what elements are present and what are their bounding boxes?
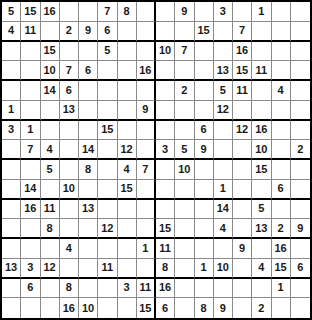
empty-cell-r10c8[interactable] [137, 180, 156, 200]
empty-cell-r6c10[interactable] [175, 101, 194, 121]
empty-cell-r2c15[interactable] [272, 22, 291, 42]
given-cell-r9c5: 8 [79, 160, 98, 180]
empty-cell-r1c13[interactable] [233, 2, 252, 22]
given-cell-r12c6: 12 [98, 219, 117, 239]
empty-cell-r2c14[interactable] [252, 22, 271, 42]
given-cell-r6c4: 13 [60, 101, 79, 121]
empty-cell-r4c2[interactable] [21, 61, 40, 81]
empty-cell-r11c13[interactable] [233, 200, 252, 220]
empty-cell-r16c6[interactable] [98, 298, 117, 318]
given-cell-r16c4: 16 [60, 298, 79, 318]
given-cell-r13c9: 11 [156, 239, 175, 259]
empty-cell-r7c9[interactable] [156, 121, 175, 141]
given-cell-r15c9: 16 [156, 279, 175, 299]
empty-cell-r3c16[interactable] [291, 42, 310, 62]
given-cell-r10c7: 15 [118, 180, 137, 200]
empty-cell-r3c4[interactable] [60, 42, 79, 62]
empty-cell-r6c16[interactable] [291, 101, 310, 121]
empty-cell-r15c3[interactable] [41, 279, 60, 299]
empty-cell-r13c3[interactable] [41, 239, 60, 259]
empty-cell-r1c16[interactable] [291, 2, 310, 22]
given-cell-r14c16: 6 [291, 259, 310, 279]
empty-cell-r3c15[interactable] [272, 42, 291, 62]
empty-cell-r2c10[interactable] [175, 22, 194, 42]
empty-cell-r2c16[interactable] [291, 22, 310, 42]
sudoku-board: 5151678931411296157155107161076161315111… [0, 0, 312, 320]
empty-cell-r13c11[interactable] [195, 239, 214, 259]
given-cell-r16c9: 6 [156, 298, 175, 318]
empty-cell-r7c3[interactable] [41, 121, 60, 141]
given-cell-r2c4: 2 [60, 22, 79, 42]
given-cell-r13c4: 4 [60, 239, 79, 259]
empty-cell-r7c12[interactable] [214, 121, 233, 141]
empty-cell-r3c12[interactable] [214, 42, 233, 62]
empty-cell-r7c15[interactable] [272, 121, 291, 141]
empty-cell-r11c8[interactable] [137, 200, 156, 220]
given-cell-r5c3: 14 [41, 81, 60, 101]
empty-cell-r7c8[interactable] [137, 121, 156, 141]
empty-cell-r6c6[interactable] [98, 101, 117, 121]
empty-cell-r11c10[interactable] [175, 200, 194, 220]
empty-cell-r16c2[interactable] [21, 298, 40, 318]
given-cell-r6c8: 9 [137, 101, 156, 121]
given-cell-r10c4: 10 [60, 180, 79, 200]
empty-cell-r8c13[interactable] [233, 140, 252, 160]
empty-cell-r10c3[interactable] [41, 180, 60, 200]
given-cell-r7c6: 15 [98, 121, 117, 141]
given-cell-r11c12: 14 [214, 200, 233, 220]
given-cell-r14c1: 13 [2, 259, 21, 279]
given-cell-r4c13: 15 [233, 61, 252, 81]
given-cell-r6c1: 1 [2, 101, 21, 121]
given-cell-r15c2: 6 [21, 279, 40, 299]
given-cell-r2c1: 4 [2, 22, 21, 42]
empty-cell-r12c4[interactable] [60, 219, 79, 239]
given-cell-r4c4: 7 [60, 61, 79, 81]
given-cell-r12c9: 15 [156, 219, 175, 239]
empty-cell-r3c1[interactable] [2, 42, 21, 62]
given-cell-r7c13: 12 [233, 121, 252, 141]
given-cell-r4c3: 10 [41, 61, 60, 81]
given-cell-r8c2: 7 [21, 140, 40, 160]
empty-cell-r10c6[interactable] [98, 180, 117, 200]
empty-cell-r4c1[interactable] [2, 61, 21, 81]
empty-cell-r9c16[interactable] [291, 160, 310, 180]
given-cell-r8c9: 3 [156, 140, 175, 160]
empty-cell-r5c1[interactable] [2, 81, 21, 101]
given-cell-r2c2: 11 [21, 22, 40, 42]
empty-cell-r13c5[interactable] [79, 239, 98, 259]
empty-cell-r15c12[interactable] [214, 279, 233, 299]
given-cell-r7c2: 1 [21, 121, 40, 141]
empty-cell-r9c12[interactable] [214, 160, 233, 180]
empty-cell-r10c13[interactable] [233, 180, 252, 200]
empty-cell-r7c7[interactable] [118, 121, 137, 141]
empty-cell-r5c7[interactable] [118, 81, 137, 101]
empty-cell-r8c15[interactable] [272, 140, 291, 160]
empty-cell-r16c10[interactable] [175, 298, 194, 318]
empty-cell-r11c9[interactable] [156, 200, 175, 220]
given-cell-r3c6: 5 [98, 42, 117, 62]
empty-cell-r8c4[interactable] [60, 140, 79, 160]
given-cell-r13c8: 1 [137, 239, 156, 259]
empty-cell-r2c7[interactable] [118, 22, 137, 42]
empty-cell-r4c16[interactable] [291, 61, 310, 81]
empty-cell-r8c12[interactable] [214, 140, 233, 160]
empty-cell-r1c9[interactable] [156, 2, 175, 22]
empty-cell-r12c5[interactable] [79, 219, 98, 239]
given-cell-r11c3: 11 [41, 200, 60, 220]
given-cell-r12c15: 2 [272, 219, 291, 239]
empty-cell-r3c14[interactable] [252, 42, 271, 62]
given-cell-r10c2: 14 [21, 180, 40, 200]
empty-cell-r13c14[interactable] [252, 239, 271, 259]
empty-cell-r11c4[interactable] [60, 200, 79, 220]
empty-cell-r11c11[interactable] [195, 200, 214, 220]
empty-cell-r6c13[interactable] [233, 101, 252, 121]
given-cell-r8c3: 4 [41, 140, 60, 160]
empty-cell-r9c9[interactable] [156, 160, 175, 180]
empty-cell-r11c7[interactable] [118, 200, 137, 220]
given-cell-r1c7: 8 [118, 2, 137, 22]
empty-cell-r10c16[interactable] [291, 180, 310, 200]
empty-cell-r11c1[interactable] [2, 200, 21, 220]
empty-cell-r5c9[interactable] [156, 81, 175, 101]
given-cell-r16c5: 10 [79, 298, 98, 318]
given-cell-r8c11: 9 [195, 140, 214, 160]
empty-cell-r16c16[interactable] [291, 298, 310, 318]
empty-cell-r10c11[interactable] [195, 180, 214, 200]
given-cell-r9c10: 10 [175, 160, 194, 180]
empty-cell-r11c6[interactable] [98, 200, 117, 220]
given-cell-r5c12: 5 [214, 81, 233, 101]
empty-cell-r5c2[interactable] [21, 81, 40, 101]
given-cell-r14c15: 15 [272, 259, 291, 279]
empty-cell-r13c7[interactable] [118, 239, 137, 259]
empty-cell-r15c11[interactable] [195, 279, 214, 299]
given-cell-r8c10: 5 [175, 140, 194, 160]
empty-cell-r4c9[interactable] [156, 61, 175, 81]
given-cell-r14c11: 1 [195, 259, 214, 279]
given-cell-r8c16: 2 [291, 140, 310, 160]
given-cell-r1c6: 7 [98, 2, 117, 22]
empty-cell-r8c1[interactable] [2, 140, 21, 160]
empty-cell-r2c8[interactable] [137, 22, 156, 42]
given-cell-r14c3: 12 [41, 259, 60, 279]
empty-cell-r3c11[interactable] [195, 42, 214, 62]
given-cell-r1c1: 5 [2, 2, 21, 22]
given-cell-r14c6: 11 [98, 259, 117, 279]
empty-cell-r9c11[interactable] [195, 160, 214, 180]
empty-cell-r13c16[interactable] [291, 239, 310, 259]
empty-cell-r13c2[interactable] [21, 239, 40, 259]
empty-cell-r12c10[interactable] [175, 219, 194, 239]
empty-cell-r7c5[interactable] [79, 121, 98, 141]
given-cell-r13c13: 9 [233, 239, 252, 259]
empty-cell-r13c12[interactable] [214, 239, 233, 259]
empty-cell-r6c11[interactable] [195, 101, 214, 121]
empty-cell-r7c16[interactable] [291, 121, 310, 141]
empty-cell-r6c9[interactable] [156, 101, 175, 121]
given-cell-r16c8: 15 [137, 298, 156, 318]
empty-cell-r8c6[interactable] [98, 140, 117, 160]
empty-cell-r9c2[interactable] [21, 160, 40, 180]
empty-cell-r14c5[interactable] [79, 259, 98, 279]
given-cell-r9c3: 5 [41, 160, 60, 180]
given-cell-r1c12: 3 [214, 2, 233, 22]
empty-cell-r10c1[interactable] [2, 180, 21, 200]
empty-cell-r14c8[interactable] [137, 259, 156, 279]
empty-cell-r13c6[interactable] [98, 239, 117, 259]
given-cell-r9c14: 15 [252, 160, 271, 180]
empty-cell-r12c8[interactable] [137, 219, 156, 239]
empty-cell-r14c7[interactable] [118, 259, 137, 279]
given-cell-r14c14: 4 [252, 259, 271, 279]
given-cell-r16c11: 8 [195, 298, 214, 318]
empty-cell-r5c6[interactable] [98, 81, 117, 101]
empty-cell-r7c10[interactable] [175, 121, 194, 141]
given-cell-r11c14: 5 [252, 200, 271, 220]
empty-cell-r12c1[interactable] [2, 219, 21, 239]
empty-cell-r11c15[interactable] [272, 200, 291, 220]
given-cell-r15c4: 8 [60, 279, 79, 299]
empty-cell-r15c1[interactable] [2, 279, 21, 299]
empty-cell-r13c10[interactable] [175, 239, 194, 259]
empty-cell-r3c8[interactable] [137, 42, 156, 62]
given-cell-r5c13: 11 [233, 81, 252, 101]
empty-cell-r16c1[interactable] [2, 298, 21, 318]
given-cell-r9c7: 4 [118, 160, 137, 180]
given-cell-r14c2: 3 [21, 259, 40, 279]
given-cell-r11c2: 16 [21, 200, 40, 220]
empty-cell-r2c9[interactable] [156, 22, 175, 42]
empty-cell-r14c4[interactable] [60, 259, 79, 279]
given-cell-r15c15: 1 [272, 279, 291, 299]
given-cell-r2c11: 15 [195, 22, 214, 42]
given-cell-r8c5: 14 [79, 140, 98, 160]
empty-cell-r5c16[interactable] [291, 81, 310, 101]
empty-cell-r6c5[interactable] [79, 101, 98, 121]
given-cell-r14c9: 8 [156, 259, 175, 279]
empty-cell-r3c5[interactable] [79, 42, 98, 62]
given-cell-r2c5: 9 [79, 22, 98, 42]
empty-cell-r6c14[interactable] [252, 101, 271, 121]
given-cell-r3c9: 10 [156, 42, 175, 62]
empty-cell-r10c9[interactable] [156, 180, 175, 200]
empty-cell-r15c5[interactable] [79, 279, 98, 299]
empty-cell-r16c7[interactable] [118, 298, 137, 318]
given-cell-r14c12: 10 [214, 259, 233, 279]
empty-cell-r1c15[interactable] [272, 2, 291, 22]
empty-cell-r1c4[interactable] [60, 2, 79, 22]
given-cell-r16c14: 2 [252, 298, 271, 318]
empty-cell-r15c6[interactable] [98, 279, 117, 299]
empty-cell-r9c4[interactable] [60, 160, 79, 180]
given-cell-r3c3: 15 [41, 42, 60, 62]
empty-cell-r3c2[interactable] [21, 42, 40, 62]
empty-cell-r12c2[interactable] [21, 219, 40, 239]
empty-cell-r5c11[interactable] [195, 81, 214, 101]
given-cell-r1c14: 1 [252, 2, 271, 22]
given-cell-r3c10: 7 [175, 42, 194, 62]
given-cell-r15c7: 3 [118, 279, 137, 299]
empty-cell-r15c14[interactable] [252, 279, 271, 299]
empty-cell-r4c15[interactable] [272, 61, 291, 81]
given-cell-r7c14: 16 [252, 121, 271, 141]
empty-cell-r15c10[interactable] [175, 279, 194, 299]
given-cell-r5c15: 4 [272, 81, 291, 101]
empty-cell-r12c7[interactable] [118, 219, 137, 239]
empty-cell-r10c14[interactable] [252, 180, 271, 200]
given-cell-r4c5: 6 [79, 61, 98, 81]
given-cell-r2c6: 6 [98, 22, 117, 42]
given-cell-r1c3: 16 [41, 2, 60, 22]
given-cell-r1c10: 9 [175, 2, 194, 22]
empty-cell-r9c6[interactable] [98, 160, 117, 180]
empty-cell-r4c10[interactable] [175, 61, 194, 81]
empty-cell-r5c8[interactable] [137, 81, 156, 101]
given-cell-r8c14: 10 [252, 140, 271, 160]
given-cell-r12c14: 13 [252, 219, 271, 239]
empty-cell-r6c15[interactable] [272, 101, 291, 121]
given-cell-r13c15: 16 [272, 239, 291, 259]
given-cell-r12c12: 4 [214, 219, 233, 239]
empty-cell-r4c7[interactable] [118, 61, 137, 81]
empty-cell-r12c11[interactable] [195, 219, 214, 239]
given-cell-r3c13: 16 [233, 42, 252, 62]
given-cell-r1c2: 15 [21, 2, 40, 22]
empty-cell-r5c5[interactable] [79, 81, 98, 101]
empty-cell-r12c13[interactable] [233, 219, 252, 239]
given-cell-r15c8: 11 [137, 279, 156, 299]
empty-cell-r16c15[interactable] [272, 298, 291, 318]
given-cell-r10c12: 1 [214, 180, 233, 200]
given-cell-r7c1: 3 [2, 121, 21, 141]
given-cell-r2c13: 7 [233, 22, 252, 42]
empty-cell-r2c3[interactable] [41, 22, 60, 42]
empty-cell-r1c8[interactable] [137, 2, 156, 22]
empty-cell-r14c13[interactable] [233, 259, 252, 279]
given-cell-r7c11: 6 [195, 121, 214, 141]
empty-cell-r1c5[interactable] [79, 2, 98, 22]
empty-cell-r4c11[interactable] [195, 61, 214, 81]
empty-cell-r6c3[interactable] [41, 101, 60, 121]
empty-cell-r15c13[interactable] [233, 279, 252, 299]
given-cell-r4c8: 16 [137, 61, 156, 81]
empty-cell-r3c7[interactable] [118, 42, 137, 62]
empty-cell-r10c5[interactable] [79, 180, 98, 200]
empty-cell-r14c10[interactable] [175, 259, 194, 279]
given-cell-r12c16: 9 [291, 219, 310, 239]
given-cell-r6c12: 12 [214, 101, 233, 121]
given-cell-r5c4: 6 [60, 81, 79, 101]
empty-cell-r16c3[interactable] [41, 298, 60, 318]
empty-cell-r8c8[interactable] [137, 140, 156, 160]
empty-cell-r5c14[interactable] [252, 81, 271, 101]
empty-cell-r16c13[interactable] [233, 298, 252, 318]
given-cell-r4c12: 13 [214, 61, 233, 81]
given-cell-r8c7: 12 [118, 140, 137, 160]
empty-cell-r4c6[interactable] [98, 61, 117, 81]
given-cell-r16c12: 9 [214, 298, 233, 318]
empty-cell-r6c2[interactable] [21, 101, 40, 121]
empty-cell-r15c16[interactable] [291, 279, 310, 299]
empty-cell-r9c13[interactable] [233, 160, 252, 180]
empty-cell-r11c16[interactable] [291, 200, 310, 220]
empty-cell-r1c11[interactable] [195, 2, 214, 22]
empty-cell-r9c1[interactable] [2, 160, 21, 180]
empty-cell-r2c12[interactable] [214, 22, 233, 42]
given-cell-r4c14: 11 [252, 61, 271, 81]
empty-cell-r9c15[interactable] [272, 160, 291, 180]
empty-cell-r13c1[interactable] [2, 239, 21, 259]
given-cell-r9c8: 7 [137, 160, 156, 180]
empty-cell-r10c10[interactable] [175, 180, 194, 200]
given-cell-r12c3: 8 [41, 219, 60, 239]
given-cell-r10c15: 6 [272, 180, 291, 200]
empty-cell-r7c4[interactable] [60, 121, 79, 141]
given-cell-r11c5: 13 [79, 200, 98, 220]
given-cell-r5c10: 2 [175, 81, 194, 101]
empty-cell-r6c7[interactable] [118, 101, 137, 121]
